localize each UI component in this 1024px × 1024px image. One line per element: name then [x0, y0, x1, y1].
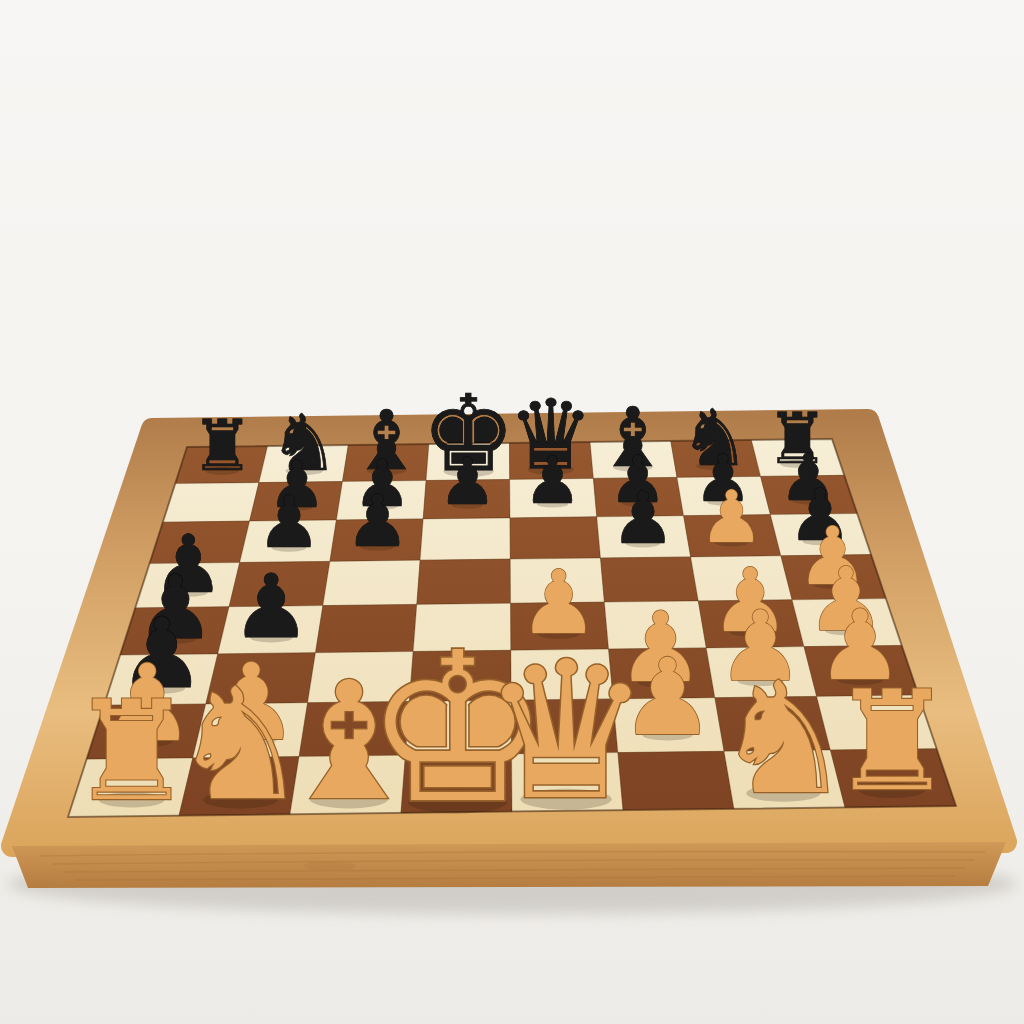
black-pawn-c6: ♟: [345, 479, 410, 563]
pieces-layer: ♜♞♝♚♛♝♞♜♟♟♟♟♟♟♟♟♟♟♟♟♟♟♟♟♟♟♟♟♟♟♟♟♟♟♜♞♝♚♛♞…: [70, 373, 954, 849]
black-pawn-d7: ♟: [438, 444, 496, 519]
chessboard-photo: ♜♞♝♚♛♝♞♜♟♟♟♟♟♟♟♟♟♟♟♟♟♟♟♟♟♟♟♟♟♟♟♟♟♟♜♞♝♚♛♞…: [0, 0, 1024, 1024]
black-pawn-e7: ♟: [523, 443, 581, 518]
square-c5: [323, 560, 420, 605]
square-d6: [420, 518, 510, 560]
wood-knot: [304, 861, 356, 871]
square-a7: [163, 483, 259, 523]
black-pawn-b6: ♟: [257, 480, 322, 564]
black-pawn-f6: ♟: [611, 476, 676, 560]
white-queen-e1: ♛: [481, 621, 651, 842]
white-rook-h1: ♜: [830, 661, 954, 822]
black-rook-a8: ♜: [191, 405, 254, 487]
white-pawn-g6: ♟: [699, 475, 764, 559]
board-canvas: ♜♞♝♚♛♝♞♜♟♟♟♟♟♟♟♟♟♟♟♟♟♟♟♟♟♟♟♟♟♟♟♟♟♟♜♞♝♚♛♞…: [0, 0, 1024, 1024]
square-d5: [417, 559, 511, 604]
